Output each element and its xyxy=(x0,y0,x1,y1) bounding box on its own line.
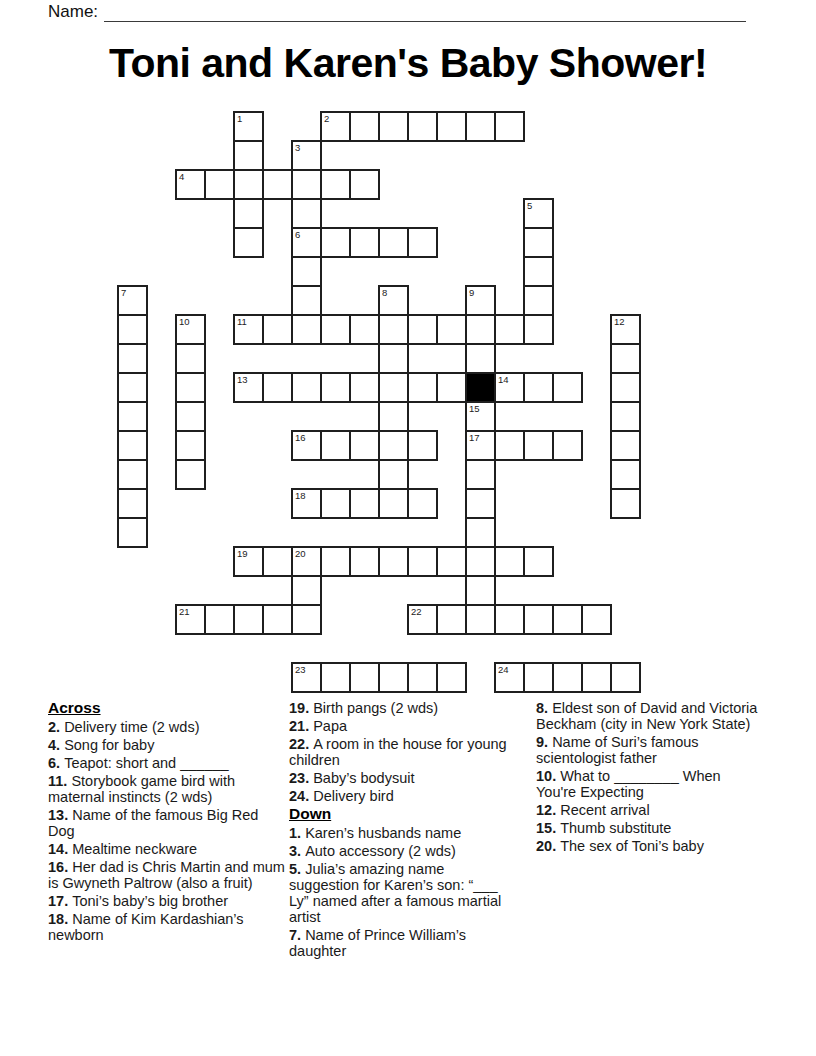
grid-cell xyxy=(407,111,438,142)
grid-cell xyxy=(349,111,380,142)
grid-cell xyxy=(378,343,409,374)
crossword-grid: 123456789101112131415161718192021222324 xyxy=(117,111,641,693)
grid-cell: 1 xyxy=(233,111,264,142)
grid-cell xyxy=(175,459,206,490)
grid-cell xyxy=(378,430,409,461)
clue-number: 18 xyxy=(295,490,306,501)
clue-number: 17 xyxy=(469,432,480,443)
grid-cell xyxy=(494,111,525,142)
clue-item-number: 4. xyxy=(48,737,64,753)
clue-item-across-16: 16. Her dad is Chris Martin and mum is G… xyxy=(48,859,288,891)
clue-item-down-5: 5. Julia’s amazing name suggestion for K… xyxy=(289,861,510,925)
clue-item-text: A room in the house for young children xyxy=(289,736,507,768)
grid-cell xyxy=(494,430,525,461)
grid-cell xyxy=(117,488,148,519)
grid-cell: 5 xyxy=(523,198,554,229)
clue-item-down-8: 8. Eldest son of David and Victoria Beck… xyxy=(536,700,764,732)
clue-item-number: 23. xyxy=(289,770,313,786)
black-cell xyxy=(465,372,496,403)
crossword-page: { "game": "crossword", "name_label": "Na… xyxy=(0,0,816,1056)
clue-item-text: Storybook game bird with maternal instin… xyxy=(48,773,235,805)
clue-item-number: 10. xyxy=(536,768,560,784)
clue-item-text: Eldest son of David and Victoria Beckham… xyxy=(536,700,757,732)
grid-cell xyxy=(378,111,409,142)
clue-item-across-21: 21. Papa xyxy=(289,718,510,734)
clue-item-down-7: 7. Name of Prince William’s daughter xyxy=(289,927,510,959)
grid-cell xyxy=(320,227,351,258)
clue-item-text: Name of Suri’s famous scientologist fath… xyxy=(536,734,699,766)
clue-item-number: 8. xyxy=(536,700,552,716)
grid-cell xyxy=(523,662,554,693)
clue-item-text: Baby’s bodysuit xyxy=(313,770,414,786)
grid-cell xyxy=(407,546,438,577)
grid-cell xyxy=(349,488,380,519)
clue-number: 14 xyxy=(498,374,509,385)
grid-cell xyxy=(610,662,641,693)
grid-cell xyxy=(117,517,148,548)
grid-cell xyxy=(465,314,496,345)
grid-cell xyxy=(262,546,293,577)
clue-number: 1 xyxy=(237,113,242,124)
grid-cell xyxy=(291,314,322,345)
clue-item-down-12: 12. Recent arrival xyxy=(536,802,764,818)
grid-cell xyxy=(552,372,583,403)
clue-number: 19 xyxy=(237,548,248,559)
clue-number: 16 xyxy=(295,432,306,443)
clue-number: 4 xyxy=(179,171,184,182)
clue-item-across-18: 18. Name of Kim Kardashian’s newborn xyxy=(48,911,288,943)
name-row: Name: xyxy=(48,2,746,22)
clue-item-text: Papa xyxy=(313,718,347,734)
clue-item-across-19: 19. Birth pangs (2 wds) xyxy=(289,700,510,716)
clue-number: 5 xyxy=(527,200,532,211)
grid-cell xyxy=(117,459,148,490)
grid-cell xyxy=(407,430,438,461)
grid-cell xyxy=(378,372,409,403)
grid-cell xyxy=(117,372,148,403)
clue-item-text: Delivery time (2 wds) xyxy=(64,719,199,735)
clue-item-across-24: 24. Delivery bird xyxy=(289,788,510,804)
grid-cell xyxy=(175,430,206,461)
grid-cell xyxy=(378,401,409,432)
clue-item-text: Auto accessory (2 wds) xyxy=(305,843,456,859)
grid-cell xyxy=(465,575,496,606)
clue-number: 15 xyxy=(469,403,480,414)
grid-cell xyxy=(349,314,380,345)
grid-cell: 20 xyxy=(291,546,322,577)
across-header: Across xyxy=(48,700,288,716)
grid-cell: 4 xyxy=(175,169,206,200)
grid-cell xyxy=(465,546,496,577)
grid-cell xyxy=(494,314,525,345)
grid-cell xyxy=(378,488,409,519)
grid-cell xyxy=(262,169,293,200)
grid-cell xyxy=(523,430,554,461)
grid-cell xyxy=(349,227,380,258)
grid-cell xyxy=(233,169,264,200)
grid-cell xyxy=(117,314,148,345)
grid-cell xyxy=(262,604,293,635)
clue-number: 2 xyxy=(324,113,329,124)
clue-number: 12 xyxy=(614,316,625,327)
clue-number: 21 xyxy=(179,606,190,617)
grid-cell xyxy=(610,488,641,519)
clue-item-across-17: 17. Toni’s baby’s big brother xyxy=(48,893,288,909)
clue-item-number: 14. xyxy=(48,841,72,857)
grid-cell xyxy=(552,604,583,635)
grid-cell xyxy=(175,372,206,403)
clue-item-across-2: 2. Delivery time (2 wds) xyxy=(48,719,288,735)
clue-number: 10 xyxy=(179,316,190,327)
clue-item-number: 1. xyxy=(289,825,305,841)
grid-cell xyxy=(291,575,322,606)
clue-number: 9 xyxy=(469,287,474,298)
clue-item-across-13: 13. Name of the famous Big Red Dog xyxy=(48,807,288,839)
grid-cell xyxy=(407,227,438,258)
grid-cell xyxy=(349,169,380,200)
grid-cell xyxy=(436,604,467,635)
grid-cell xyxy=(523,227,554,258)
grid-cell xyxy=(610,343,641,374)
grid-cell xyxy=(320,546,351,577)
clue-number: 3 xyxy=(295,142,300,153)
grid-cell xyxy=(465,488,496,519)
grid-cell xyxy=(117,401,148,432)
grid-cell xyxy=(552,662,583,693)
grid-cell xyxy=(523,604,554,635)
clue-number: 7 xyxy=(121,287,126,298)
grid-cell xyxy=(204,604,235,635)
grid-cell xyxy=(523,314,554,345)
grid-cell xyxy=(320,662,351,693)
clue-item-down-10: 10. What to ________ When You're Expecti… xyxy=(536,768,764,800)
clue-item-text: Teapot: short and ______ xyxy=(64,755,228,771)
grid-cell xyxy=(465,459,496,490)
clue-number: 6 xyxy=(295,229,300,240)
grid-cell xyxy=(233,604,264,635)
clue-item-across-11: 11. Storybook game bird with maternal in… xyxy=(48,773,288,805)
clue-item-text: Karen’s husbands name xyxy=(305,825,461,841)
clue-item-number: 3. xyxy=(289,843,305,859)
grid-cell xyxy=(610,401,641,432)
grid-cell xyxy=(436,662,467,693)
clue-item-number: 20. xyxy=(536,838,560,854)
clue-item-number: 18. xyxy=(48,911,72,927)
grid-cell xyxy=(581,662,612,693)
grid-cell xyxy=(523,256,554,287)
grid-cell xyxy=(320,372,351,403)
grid-cell xyxy=(378,227,409,258)
clue-number: 23 xyxy=(295,664,306,675)
grid-cell xyxy=(175,343,206,374)
grid-cell: 2 xyxy=(320,111,351,142)
clue-item-across-6: 6. Teapot: short and ______ xyxy=(48,755,288,771)
clue-item-text: Mealtime neckware xyxy=(72,841,197,857)
grid-cell: 8 xyxy=(378,285,409,316)
grid-cell xyxy=(233,140,264,171)
grid-cell: 13 xyxy=(233,372,264,403)
grid-cell xyxy=(465,604,496,635)
clue-column-1: Across2. Delivery time (2 wds)4. Song fo… xyxy=(48,700,288,945)
grid-cell xyxy=(407,488,438,519)
grid-cell xyxy=(291,285,322,316)
clue-item-text: Julia’s amazing name suggestion for Kare… xyxy=(289,861,501,925)
clue-item-text: The sex of Toni’s baby xyxy=(560,838,704,854)
name-label: Name: xyxy=(48,2,98,22)
grid-cell xyxy=(233,198,264,229)
grid-cell: 15 xyxy=(465,401,496,432)
grid-cell: 6 xyxy=(291,227,322,258)
clue-item-text: Her dad is Chris Martin and mum is Gwyne… xyxy=(48,859,285,891)
grid-cell: 3 xyxy=(291,140,322,171)
clue-item-across-4: 4. Song for baby xyxy=(48,737,288,753)
clue-number: 11 xyxy=(237,316,247,327)
grid-cell: 17 xyxy=(465,430,496,461)
grid-cell: 10 xyxy=(175,314,206,345)
clue-item-text: Delivery bird xyxy=(313,788,394,804)
clue-item-down-1: 1. Karen’s husbands name xyxy=(289,825,510,841)
grid-cell xyxy=(465,343,496,374)
grid-cell xyxy=(320,314,351,345)
grid-cell xyxy=(320,430,351,461)
grid-cell xyxy=(233,227,264,258)
clue-item-number: 24. xyxy=(289,788,313,804)
clue-item-number: 13. xyxy=(48,807,72,823)
clue-item-number: 9. xyxy=(536,734,552,750)
clue-item-number: 6. xyxy=(48,755,64,771)
grid-cell xyxy=(320,169,351,200)
clue-item-number: 11. xyxy=(48,773,71,789)
clue-item-number: 5. xyxy=(289,861,305,877)
clue-item-number: 15. xyxy=(536,820,560,836)
grid-cell xyxy=(465,111,496,142)
grid-cell xyxy=(610,459,641,490)
grid-cell: 22 xyxy=(407,604,438,635)
clue-item-text: Toni’s baby’s big brother xyxy=(72,893,228,909)
grid-cell xyxy=(291,256,322,287)
puzzle-title: Toni and Karen's Baby Shower! xyxy=(0,40,816,87)
grid-cell xyxy=(349,372,380,403)
name-blank-line xyxy=(104,4,746,22)
grid-cell xyxy=(117,343,148,374)
clue-item-number: 12. xyxy=(536,802,560,818)
grid-cell xyxy=(175,401,206,432)
grid-cell xyxy=(494,546,525,577)
clue-number: 20 xyxy=(295,548,306,559)
clue-item-text: Name of the famous Big Red Dog xyxy=(48,807,258,839)
clue-item-down-3: 3. Auto accessory (2 wds) xyxy=(289,843,510,859)
clue-number: 22 xyxy=(411,606,422,617)
clue-item-text: Name of Kim Kardashian’s newborn xyxy=(48,911,244,943)
clue-column-2: 19. Birth pangs (2 wds)21. Papa22. A roo… xyxy=(289,700,510,961)
clue-item-number: 19. xyxy=(289,700,313,716)
clue-item-number: 22. xyxy=(289,736,313,752)
clue-item-text: What to ________ When You're Expecting xyxy=(536,768,721,800)
grid-cell xyxy=(523,546,554,577)
grid-cell: 18 xyxy=(291,488,322,519)
clue-item-text: Song for baby xyxy=(64,737,154,753)
grid-cell xyxy=(291,169,322,200)
grid-cell xyxy=(262,372,293,403)
clue-column-3: 8. Eldest son of David and Victoria Beck… xyxy=(536,700,764,856)
grid-cell xyxy=(378,314,409,345)
grid-cell xyxy=(291,604,322,635)
grid-cell xyxy=(610,430,641,461)
clue-item-across-23: 23. Baby’s bodysuit xyxy=(289,770,510,786)
grid-cell xyxy=(378,459,409,490)
grid-cell xyxy=(436,372,467,403)
clue-item-across-22: 22. A room in the house for young childr… xyxy=(289,736,510,768)
grid-cell xyxy=(291,372,322,403)
grid-cell xyxy=(378,546,409,577)
clue-number: 8 xyxy=(382,287,387,298)
grid-cell xyxy=(523,372,554,403)
grid-cell xyxy=(349,662,380,693)
grid-cell xyxy=(349,546,380,577)
clue-item-text: Birth pangs (2 wds) xyxy=(313,700,438,716)
grid-cell xyxy=(523,285,554,316)
grid-cell: 11 xyxy=(233,314,264,345)
grid-cell xyxy=(436,111,467,142)
grid-cell: 24 xyxy=(494,662,525,693)
grid-cell xyxy=(436,546,467,577)
grid-cell xyxy=(320,488,351,519)
grid-cell: 23 xyxy=(291,662,322,693)
grid-cell: 7 xyxy=(117,285,148,316)
grid-cell xyxy=(494,604,525,635)
clue-item-across-14: 14. Mealtime neckware xyxy=(48,841,288,857)
clue-item-down-15: 15. Thumb substitute xyxy=(536,820,764,836)
grid-cell xyxy=(552,430,583,461)
grid-cell xyxy=(291,198,322,229)
grid-cell xyxy=(465,517,496,548)
grid-cell xyxy=(407,372,438,403)
grid-cell xyxy=(407,662,438,693)
grid-cell xyxy=(407,314,438,345)
clue-item-number: 21. xyxy=(289,718,313,734)
grid-cell xyxy=(378,662,409,693)
grid-cell xyxy=(204,169,235,200)
grid-cell xyxy=(610,372,641,403)
grid-cell xyxy=(262,314,293,345)
grid-cell: 9 xyxy=(465,285,496,316)
clue-item-number: 2. xyxy=(48,719,64,735)
grid-cell: 14 xyxy=(494,372,525,403)
grid-cell: 12 xyxy=(610,314,641,345)
clue-item-number: 16. xyxy=(48,859,72,875)
grid-cell xyxy=(117,430,148,461)
down-header: Down xyxy=(289,806,510,822)
clue-item-down-9: 9. Name of Suri’s famous scientologist f… xyxy=(536,734,764,766)
grid-cell: 21 xyxy=(175,604,206,635)
clue-number: 13 xyxy=(237,374,248,385)
clue-item-text: Name of Prince William’s daughter xyxy=(289,927,466,959)
grid-cell: 19 xyxy=(233,546,264,577)
clue-item-text: Thumb substitute xyxy=(560,820,671,836)
clue-item-number: 17. xyxy=(48,893,72,909)
clue-item-number: 7. xyxy=(289,927,305,943)
grid-cell: 16 xyxy=(291,430,322,461)
grid-cell xyxy=(581,604,612,635)
grid-cell xyxy=(436,314,467,345)
clue-number: 24 xyxy=(498,664,509,675)
clue-item-text: Recent arrival xyxy=(560,802,649,818)
grid-cell xyxy=(349,430,380,461)
clue-item-down-20: 20. The sex of Toni’s baby xyxy=(536,838,764,854)
